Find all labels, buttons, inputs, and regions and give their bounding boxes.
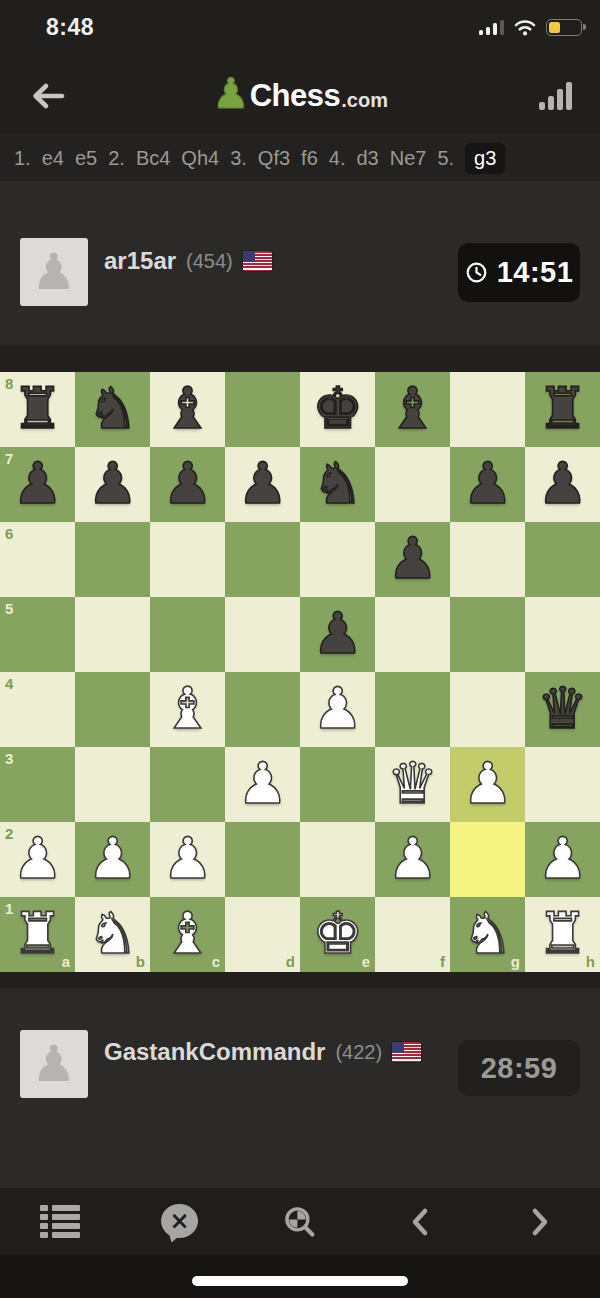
square-f7[interactable]	[375, 447, 450, 522]
chess-board: 8♜♞♝♚♝♜7♟♟♟♟♞♟♟6♟5♟4♝♟♛3♟♛♟2♟♟♟♟♟1a♜b♞c♝…	[0, 372, 600, 972]
move-token[interactable]: Qf3	[258, 147, 290, 170]
own-clock-time: 28:59	[481, 1052, 558, 1085]
square-h4[interactable]: ♛	[525, 672, 600, 747]
chevron-right-icon	[529, 1207, 551, 1237]
white-pawn: ♟	[150, 822, 225, 895]
own-clock: 28:59	[458, 1040, 580, 1096]
file-label: h	[586, 953, 595, 970]
square-h7[interactable]: ♟	[525, 447, 600, 522]
rank-label: 7	[5, 450, 13, 467]
square-e6[interactable]	[300, 522, 375, 597]
square-a4[interactable]: 4	[0, 672, 75, 747]
move-token[interactable]: e4	[42, 147, 64, 170]
square-d3[interactable]: ♟	[225, 747, 300, 822]
logo-pawn-icon: ♟	[212, 69, 250, 118]
black-pawn: ♟	[525, 447, 600, 520]
square-d6[interactable]	[225, 522, 300, 597]
square-f2[interactable]: ♟	[375, 822, 450, 897]
move-list-bar: 1.e4e52.Bc4Qh43.Qf3f64.d3Ne75.g3	[0, 135, 600, 181]
square-e1[interactable]: e♚	[300, 897, 375, 972]
move-token[interactable]: Bc4	[136, 147, 170, 170]
move-token[interactable]: d3	[356, 147, 378, 170]
wifi-icon	[513, 18, 537, 36]
black-queen: ♛	[525, 672, 600, 745]
square-c7[interactable]: ♟	[150, 447, 225, 522]
move-token[interactable]: g3	[465, 143, 505, 174]
white-queen: ♛	[375, 747, 450, 820]
square-c6[interactable]	[150, 522, 225, 597]
square-g5[interactable]	[450, 597, 525, 672]
square-e3[interactable]	[300, 747, 375, 822]
status-bar: 8:48	[0, 0, 600, 56]
board-top-edge	[0, 345, 600, 372]
square-d8[interactable]	[225, 372, 300, 447]
previous-move-button[interactable]	[360, 1188, 480, 1255]
rank-label: 6	[5, 525, 13, 542]
move-token[interactable]: 2.	[108, 147, 125, 170]
move-token[interactable]: 3.	[230, 147, 247, 170]
square-f5[interactable]	[375, 597, 450, 672]
square-a1[interactable]: 1a♜	[0, 897, 75, 972]
connection-bars-icon	[539, 82, 572, 110]
avatar-pawn-icon: ♟	[32, 238, 77, 306]
square-b8[interactable]: ♞	[75, 372, 150, 447]
file-label: f	[440, 953, 445, 970]
app-header: ♟Chess.com	[0, 56, 600, 135]
own-player-row: ♟ GastankCommandr (422) 28:59	[0, 988, 600, 1188]
opponent-clock-time: 14:51	[497, 256, 574, 289]
move-token[interactable]: 4.	[329, 147, 346, 170]
move-list-icon	[40, 1205, 80, 1239]
logo-text: Chess	[250, 78, 341, 114]
rank-label: 5	[5, 600, 13, 617]
square-g1[interactable]: g♞	[450, 897, 525, 972]
black-king: ♚	[300, 372, 375, 445]
square-e7[interactable]: ♞	[300, 447, 375, 522]
square-f1[interactable]: f	[375, 897, 450, 972]
opponent-clock: 14:51	[458, 243, 580, 302]
square-g2[interactable]	[450, 822, 525, 897]
chevron-left-icon	[409, 1207, 431, 1237]
chat-disabled-icon: ×	[161, 1204, 199, 1240]
chesscom-logo: ♟Chess.com	[0, 56, 600, 135]
black-pawn: ♟	[150, 447, 225, 520]
black-pawn: ♟	[300, 597, 375, 670]
square-e2[interactable]	[300, 822, 375, 897]
square-g7[interactable]: ♟	[450, 447, 525, 522]
square-d7[interactable]: ♟	[225, 447, 300, 522]
square-c2[interactable]: ♟	[150, 822, 225, 897]
square-c1[interactable]: c♝	[150, 897, 225, 972]
file-label: b	[136, 953, 145, 970]
white-bishop: ♝	[150, 672, 225, 745]
opponent-player-row: ♟ ar15ar (454) 14:51	[0, 181, 600, 345]
white-pawn: ♟	[225, 747, 300, 820]
square-h2[interactable]: ♟	[525, 822, 600, 897]
square-f3[interactable]: ♛	[375, 747, 450, 822]
square-a2[interactable]: 2♟	[0, 822, 75, 897]
move-token[interactable]: f6	[301, 147, 318, 170]
home-indicator[interactable]	[192, 1276, 408, 1286]
square-b4[interactable]	[75, 672, 150, 747]
white-pawn: ♟	[300, 672, 375, 745]
black-bishop: ♝	[375, 372, 450, 445]
square-c4[interactable]: ♝	[150, 672, 225, 747]
chat-disabled-button[interactable]: ×	[120, 1188, 240, 1255]
square-c3[interactable]	[150, 747, 225, 822]
square-c5[interactable]	[150, 597, 225, 672]
square-f6[interactable]: ♟	[375, 522, 450, 597]
opponent-rating: (454)	[186, 250, 233, 273]
move-token[interactable]: 1.	[14, 147, 31, 170]
square-d4[interactable]	[225, 672, 300, 747]
own-avatar[interactable]: ♟	[20, 1030, 88, 1098]
file-label: g	[511, 953, 520, 970]
square-d2[interactable]	[225, 822, 300, 897]
board-bottom-edge	[0, 972, 600, 988]
black-bishop: ♝	[150, 372, 225, 445]
square-a5[interactable]: 5	[0, 597, 75, 672]
square-h3[interactable]	[525, 747, 600, 822]
black-rook: ♜	[525, 372, 600, 445]
black-pawn: ♟	[375, 522, 450, 595]
square-b7[interactable]: ♟	[75, 447, 150, 522]
logo-suffix-text: .com	[341, 89, 388, 112]
square-a6[interactable]: 6	[0, 522, 75, 597]
white-pawn: ♟	[375, 822, 450, 895]
square-h1[interactable]: h♜	[525, 897, 600, 972]
us-flag-icon	[243, 251, 272, 271]
bottom-system-band	[0, 1255, 600, 1298]
move-token[interactable]: Ne7	[390, 147, 427, 170]
square-b1[interactable]: b♞	[75, 897, 150, 972]
black-pawn: ♟	[450, 447, 525, 520]
square-c8[interactable]: ♝	[150, 372, 225, 447]
file-label: d	[286, 953, 295, 970]
square-g6[interactable]	[450, 522, 525, 597]
move-token[interactable]: Qh4	[181, 147, 219, 170]
rank-label: 2	[5, 825, 13, 842]
game-toolbar: ×	[0, 1188, 600, 1255]
us-flag-icon	[392, 1042, 421, 1062]
cellular-signal-icon	[479, 20, 505, 35]
square-b3[interactable]	[75, 747, 150, 822]
status-time: 8:48	[46, 14, 94, 41]
file-label: e	[362, 953, 370, 970]
move-list-button[interactable]	[0, 1188, 120, 1255]
file-label: a	[62, 953, 70, 970]
move-token[interactable]: 5.	[437, 147, 454, 170]
square-d1[interactable]: d	[225, 897, 300, 972]
rank-label: 4	[5, 675, 13, 692]
square-g3[interactable]: ♟	[450, 747, 525, 822]
black-knight: ♞	[75, 372, 150, 445]
square-g8[interactable]	[450, 372, 525, 447]
avatar-pawn-icon: ♟	[32, 1030, 77, 1098]
square-b6[interactable]	[75, 522, 150, 597]
square-a3[interactable]: 3	[0, 747, 75, 822]
square-g4[interactable]	[450, 672, 525, 747]
square-e5[interactable]: ♟	[300, 597, 375, 672]
square-e4[interactable]: ♟	[300, 672, 375, 747]
square-f8[interactable]: ♝	[375, 372, 450, 447]
opponent-avatar[interactable]: ♟	[20, 238, 88, 306]
clock-icon	[465, 261, 488, 284]
white-pawn: ♟	[450, 747, 525, 820]
analysis-magnifier-icon	[283, 1205, 317, 1239]
analysis-button[interactable]	[240, 1188, 360, 1255]
square-d5[interactable]	[225, 597, 300, 672]
own-rating: (422)	[335, 1041, 382, 1064]
next-move-button[interactable]	[480, 1188, 600, 1255]
own-name: GastankCommandr	[104, 1038, 325, 1066]
rank-label: 8	[5, 375, 13, 392]
black-pawn: ♟	[225, 447, 300, 520]
rank-label: 3	[5, 750, 13, 767]
square-e8[interactable]: ♚	[300, 372, 375, 447]
white-pawn: ♟	[525, 822, 600, 895]
square-b5[interactable]	[75, 597, 150, 672]
white-pawn: ♟	[75, 822, 150, 895]
square-a8[interactable]: 8♜	[0, 372, 75, 447]
black-knight: ♞	[300, 447, 375, 520]
opponent-name: ar15ar	[104, 247, 176, 275]
move-token[interactable]: e5	[75, 147, 97, 170]
file-label: c	[212, 953, 220, 970]
battery-icon	[546, 19, 582, 36]
square-h5[interactable]	[525, 597, 600, 672]
black-pawn: ♟	[75, 447, 150, 520]
square-a7[interactable]: 7♟	[0, 447, 75, 522]
square-h6[interactable]	[525, 522, 600, 597]
square-b2[interactable]: ♟	[75, 822, 150, 897]
square-f4[interactable]	[375, 672, 450, 747]
rank-label: 1	[5, 900, 13, 917]
chess-app-screen: 8:48 ♟Chess.com 1.e4e52.Bc4Qh43.Qf3f64.d…	[0, 0, 600, 1298]
square-h8[interactable]: ♜	[525, 372, 600, 447]
